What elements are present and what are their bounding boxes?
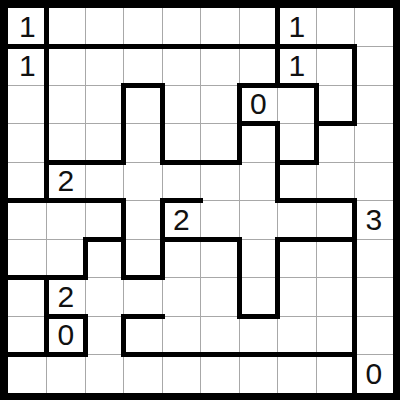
grid-cell-r1c6[interactable] <box>201 8 240 47</box>
grid-cell-r5c8[interactable] <box>278 162 317 201</box>
grid-cell-r1c2[interactable] <box>47 8 86 47</box>
grid-cell-r3c4[interactable] <box>124 85 163 124</box>
grid-cell-r1c5[interactable] <box>162 8 201 47</box>
grid-cell-r8c2[interactable]: 2 <box>47 278 86 317</box>
clue-number: 0 <box>57 320 74 350</box>
clue-number: 0 <box>365 359 382 389</box>
grid-cell-r2c7[interactable] <box>239 47 278 86</box>
grid-cell-r7c5[interactable] <box>162 239 201 278</box>
grid-cell-r5c9[interactable] <box>316 162 355 201</box>
grid-cell-r6c4[interactable] <box>124 201 163 240</box>
grid-cell-r4c10[interactable] <box>355 124 394 163</box>
grid-cell-r7c1[interactable] <box>8 239 47 278</box>
grid-cell-r4c2[interactable] <box>47 124 86 163</box>
grid-cell-r1c3[interactable] <box>85 8 124 47</box>
grid-cell-r9c9[interactable] <box>316 316 355 355</box>
grid-cell-r4c5[interactable] <box>162 124 201 163</box>
grid-cell-r8c9[interactable] <box>316 278 355 317</box>
clue-number: 1 <box>19 12 36 42</box>
grid-cell-r10c2[interactable] <box>47 355 86 394</box>
grid-cell-r1c7[interactable] <box>239 8 278 47</box>
grid-cell-r8c1[interactable] <box>8 278 47 317</box>
clue-number: 2 <box>173 205 190 235</box>
grid-cell-r2c5[interactable] <box>162 47 201 86</box>
grid-cell-r5c6[interactable] <box>201 162 240 201</box>
grid-area: 11110223200 <box>8 8 393 393</box>
clue-number: 2 <box>57 166 74 196</box>
grid-cell-r6c5[interactable]: 2 <box>162 201 201 240</box>
grid-cell-r4c1[interactable] <box>8 124 47 163</box>
grid-cell-r7c6[interactable] <box>201 239 240 278</box>
grid-cell-r10c9[interactable] <box>316 355 355 394</box>
grid-cell-r9c8[interactable] <box>278 316 317 355</box>
grid-cell-r7c2[interactable] <box>47 239 86 278</box>
grid-cell-r4c7[interactable] <box>239 124 278 163</box>
clue-number: 1 <box>19 51 36 81</box>
grid-cell-r9c4[interactable] <box>124 316 163 355</box>
grid-cell-r9c1[interactable] <box>8 316 47 355</box>
grid-cell-r8c4[interactable] <box>124 278 163 317</box>
grid-cell-r5c10[interactable] <box>355 162 394 201</box>
grid-cell-r6c1[interactable] <box>8 201 47 240</box>
grid-cell-r4c3[interactable] <box>85 124 124 163</box>
grid-cell-r1c1[interactable]: 1 <box>8 8 47 47</box>
grid-cell-r7c4[interactable] <box>124 239 163 278</box>
grid-cell-r8c3[interactable] <box>85 278 124 317</box>
grid-cell-r5c7[interactable] <box>239 162 278 201</box>
grid-cell-r9c2[interactable]: 0 <box>47 316 86 355</box>
grid-cell-r2c4[interactable] <box>124 47 163 86</box>
grid-cell-r6c3[interactable] <box>85 201 124 240</box>
clue-number: 1 <box>288 12 305 42</box>
grid-cell-r6c2[interactable] <box>47 201 86 240</box>
grid-cell-r9c6[interactable] <box>201 316 240 355</box>
grid-cell-r9c7[interactable] <box>239 316 278 355</box>
grid-cell-r2c8[interactable]: 1 <box>278 47 317 86</box>
grid-cell-r6c8[interactable] <box>278 201 317 240</box>
grid-cell-r3c5[interactable] <box>162 85 201 124</box>
grid-cell-r8c7[interactable] <box>239 278 278 317</box>
grid-cell-r10c5[interactable] <box>162 355 201 394</box>
grid-cell-r3c7[interactable]: 0 <box>239 85 278 124</box>
grid-cell-r3c10[interactable] <box>355 85 394 124</box>
grid-cell-r7c3[interactable] <box>85 239 124 278</box>
grid-cell-r8c8[interactable] <box>278 278 317 317</box>
grid-cell-r6c9[interactable] <box>316 201 355 240</box>
grid-cell-r2c1[interactable]: 1 <box>8 47 47 86</box>
grid-cell-r10c3[interactable] <box>85 355 124 394</box>
grid-cell-r6c6[interactable] <box>201 201 240 240</box>
grid-cell-r10c7[interactable] <box>239 355 278 394</box>
grid-cell-r8c6[interactable] <box>201 278 240 317</box>
grid-cell-r1c9[interactable] <box>316 8 355 47</box>
puzzle-board: 11110223200 <box>0 0 400 400</box>
grid-cell-r5c1[interactable] <box>8 162 47 201</box>
grid-cell-r10c4[interactable] <box>124 355 163 394</box>
grid-cell-r8c5[interactable] <box>162 278 201 317</box>
grid-cell-r3c2[interactable] <box>47 85 86 124</box>
grid-cell-r3c1[interactable] <box>8 85 47 124</box>
grid-cell-r10c1[interactable] <box>8 355 47 394</box>
grid-cell-r1c8[interactable]: 1 <box>278 8 317 47</box>
grid-cell-r1c4[interactable] <box>124 8 163 47</box>
grid-cell-r10c6[interactable] <box>201 355 240 394</box>
grid-cell-r6c7[interactable] <box>239 201 278 240</box>
grid-cell-r7c9[interactable] <box>316 239 355 278</box>
grid-cell-r7c10[interactable] <box>355 239 394 278</box>
grid-cell-r2c10[interactable] <box>355 47 394 86</box>
grid-cell-r3c6[interactable] <box>201 85 240 124</box>
grid-cell-r6c10[interactable]: 3 <box>355 201 394 240</box>
clue-number: 1 <box>288 51 305 81</box>
grid-cell-r3c8[interactable] <box>278 85 317 124</box>
grid-cell-r7c8[interactable] <box>278 239 317 278</box>
grid-cell-r5c2[interactable]: 2 <box>47 162 86 201</box>
grid-cell-r4c4[interactable] <box>124 124 163 163</box>
clue-number: 3 <box>365 205 382 235</box>
grid-cell-r1c10[interactable] <box>355 8 394 47</box>
grid-cell-r2c6[interactable] <box>201 47 240 86</box>
grid-cell-r9c10[interactable] <box>355 316 394 355</box>
grid-cell-r2c9[interactable] <box>316 47 355 86</box>
cell-grid: 11110223200 <box>8 8 393 393</box>
grid-cell-r10c10[interactable]: 0 <box>355 355 394 394</box>
grid-cell-r9c5[interactable] <box>162 316 201 355</box>
grid-cell-r4c9[interactable] <box>316 124 355 163</box>
grid-cell-r2c3[interactable] <box>85 47 124 86</box>
grid-cell-r9c3[interactable] <box>85 316 124 355</box>
grid-cell-r3c3[interactable] <box>85 85 124 124</box>
grid-cell-r2c2[interactable] <box>47 47 86 86</box>
grid-cell-r4c6[interactable] <box>201 124 240 163</box>
grid-cell-r3c9[interactable] <box>316 85 355 124</box>
grid-cell-r8c10[interactable] <box>355 278 394 317</box>
grid-cell-r7c7[interactable] <box>239 239 278 278</box>
grid-cell-r10c8[interactable] <box>278 355 317 394</box>
grid-cell-r5c3[interactable] <box>85 162 124 201</box>
grid-cell-r4c8[interactable] <box>278 124 317 163</box>
clue-number: 2 <box>57 282 74 312</box>
grid-cell-r5c5[interactable] <box>162 162 201 201</box>
clue-number: 0 <box>250 89 267 119</box>
grid-cell-r5c4[interactable] <box>124 162 163 201</box>
